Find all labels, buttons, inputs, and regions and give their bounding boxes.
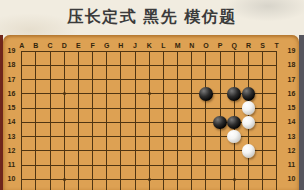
grid-vertical-line [64,51,65,190]
black-stone[interactable] [213,116,227,130]
row-label-left: 18 [5,61,19,69]
white-stone[interactable] [242,101,256,115]
grid-vertical-line [92,51,93,190]
row-label-left: 11 [5,161,19,169]
grid-horizontal-line [21,79,277,80]
column-label: D [57,42,71,50]
row-label-left: 12 [5,147,19,155]
grid-horizontal-line [21,165,277,166]
row-label-right: 16 [285,90,299,98]
column-label: T [270,42,284,50]
row-label-left: 10 [5,175,19,183]
row-label-right: 12 [285,147,299,155]
star-point [148,178,151,181]
column-label: P [213,42,227,50]
row-label-left: 16 [5,90,19,98]
black-stone[interactable] [242,87,256,101]
column-label: N [185,42,199,50]
app-screen: 压长定式 黑先 模仿题 ABCDEFGHJKLMNOPQRST191918181… [0,0,304,190]
column-label: C [43,42,57,50]
white-stone[interactable] [227,130,241,144]
go-board[interactable]: ABCDEFGHJKLMNOPQRST191918181717161615151… [3,35,300,190]
column-label: S [256,42,270,50]
column-label: O [199,42,213,50]
row-label-right: 13 [285,133,299,141]
right-edge-strip [299,35,304,190]
column-label: E [71,42,85,50]
column-label: G [100,42,114,50]
row-label-left: 17 [5,76,19,84]
row-label-left: 14 [5,118,19,126]
column-label: B [29,42,43,50]
grid-vertical-line [149,51,150,190]
grid-vertical-line [191,51,192,190]
black-stone[interactable] [227,87,241,101]
row-label-right: 11 [285,161,299,169]
row-label-right: 14 [285,118,299,126]
grid-vertical-line [163,51,164,190]
column-label: F [86,42,100,50]
grid-vertical-line [177,51,178,190]
row-label-right: 15 [285,104,299,112]
star-point [233,178,236,181]
column-label: Q [227,42,241,50]
grid-vertical-line [21,51,22,190]
white-stone[interactable] [242,116,256,130]
grid-vertical-line [262,51,263,190]
row-label-left: 19 [5,47,19,55]
grid-vertical-line [276,51,277,190]
column-label: L [156,42,170,50]
title-bar: 压长定式 黑先 模仿题 [0,0,304,35]
black-stone[interactable] [199,87,213,101]
grid-vertical-line [135,51,136,190]
grid-horizontal-line [21,150,277,151]
problem-title: 压长定式 黑先 模仿题 [67,7,236,28]
grid-vertical-line [120,51,121,190]
column-label: M [171,42,185,50]
star-point [63,178,66,181]
grid-vertical-line [106,51,107,190]
grid-vertical-line [35,51,36,190]
grid-horizontal-line [21,108,277,109]
grid-vertical-line [50,51,51,190]
row-label-left: 15 [5,104,19,112]
column-label: J [128,42,142,50]
grid-vertical-line [78,51,79,190]
white-stone[interactable] [242,144,256,158]
grid-vertical-line [205,51,206,190]
column-label: R [241,42,255,50]
black-stone[interactable] [227,116,241,130]
grid-horizontal-line [21,51,277,52]
row-label-right: 10 [285,175,299,183]
row-label-right: 17 [285,76,299,84]
column-label: H [114,42,128,50]
grid-horizontal-line [21,65,277,66]
row-label-right: 18 [285,61,299,69]
column-label: K [142,42,156,50]
row-label-right: 19 [285,47,299,55]
row-label-left: 13 [5,133,19,141]
